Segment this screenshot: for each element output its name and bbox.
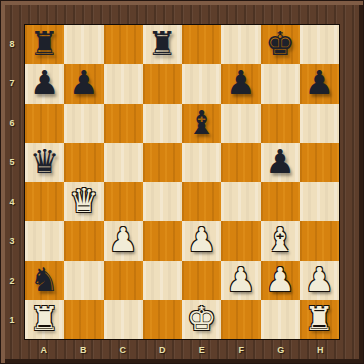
file-label-a: A xyxy=(24,340,64,359)
square-f1[interactable] xyxy=(221,300,260,339)
square-f4[interactable] xyxy=(221,182,260,221)
rank-label-6: 6 xyxy=(0,103,24,143)
chess-board: ♜♜♚♟♟♟♟♝♛♟♛♟♟♝♞♟♟♟♜♚♜ xyxy=(24,24,340,340)
rank-label-5: 5 xyxy=(0,143,24,183)
square-g8[interactable]: ♚ xyxy=(261,25,300,64)
square-g3[interactable]: ♝ xyxy=(261,221,300,260)
square-b4[interactable]: ♛ xyxy=(64,182,103,221)
rank-labels: 87654321 xyxy=(0,24,24,340)
square-c3[interactable]: ♟ xyxy=(104,221,143,260)
square-a8[interactable]: ♜ xyxy=(25,25,64,64)
piece-black-rook-a8[interactable]: ♜ xyxy=(30,27,60,60)
square-c1[interactable] xyxy=(104,300,143,339)
piece-white-pawn-h2[interactable]: ♟ xyxy=(305,263,335,296)
square-g4[interactable] xyxy=(261,182,300,221)
square-d4[interactable] xyxy=(143,182,182,221)
square-c5[interactable] xyxy=(104,143,143,182)
square-g6[interactable] xyxy=(261,104,300,143)
square-c8[interactable] xyxy=(104,25,143,64)
square-b3[interactable] xyxy=(64,221,103,260)
square-d1[interactable] xyxy=(143,300,182,339)
square-d5[interactable] xyxy=(143,143,182,182)
piece-white-pawn-e3[interactable]: ♟ xyxy=(187,223,217,256)
square-f3[interactable] xyxy=(221,221,260,260)
square-e4[interactable] xyxy=(182,182,221,221)
square-b8[interactable] xyxy=(64,25,103,64)
square-h5[interactable] xyxy=(300,143,339,182)
square-b1[interactable] xyxy=(64,300,103,339)
file-labels: ABCDEFGH xyxy=(24,340,340,359)
piece-black-pawn-g5[interactable]: ♟ xyxy=(265,145,295,178)
square-f5[interactable] xyxy=(221,143,260,182)
chess-app: 87654321 ABCDEFGH ♜♜♚♟♟♟♟♝♛♟♛♟♟♝♞♟♟♟♜♚♜ xyxy=(0,0,364,364)
square-b6[interactable] xyxy=(64,104,103,143)
piece-white-queen-b4[interactable]: ♛ xyxy=(69,184,99,217)
square-e7[interactable] xyxy=(182,64,221,103)
square-d2[interactable] xyxy=(143,261,182,300)
square-g2[interactable]: ♟ xyxy=(261,261,300,300)
square-d3[interactable] xyxy=(143,221,182,260)
piece-black-pawn-a7[interactable]: ♟ xyxy=(30,66,60,99)
square-f6[interactable] xyxy=(221,104,260,143)
piece-black-bishop-e6[interactable]: ♝ xyxy=(187,106,217,139)
square-c4[interactable] xyxy=(104,182,143,221)
square-d6[interactable] xyxy=(143,104,182,143)
square-a5[interactable]: ♛ xyxy=(25,143,64,182)
file-label-d: D xyxy=(143,340,183,359)
square-e6[interactable]: ♝ xyxy=(182,104,221,143)
square-h8[interactable] xyxy=(300,25,339,64)
piece-black-pawn-f7[interactable]: ♟ xyxy=(226,66,256,99)
square-a6[interactable] xyxy=(25,104,64,143)
square-g7[interactable] xyxy=(261,64,300,103)
square-h4[interactable] xyxy=(300,182,339,221)
rank-label-3: 3 xyxy=(0,222,24,262)
piece-black-king-g8[interactable]: ♚ xyxy=(265,27,295,60)
square-f8[interactable] xyxy=(221,25,260,64)
piece-black-queen-a5[interactable]: ♛ xyxy=(30,145,60,178)
file-label-c: C xyxy=(103,340,143,359)
rank-label-2: 2 xyxy=(0,261,24,301)
square-e3[interactable]: ♟ xyxy=(182,221,221,260)
square-h7[interactable]: ♟ xyxy=(300,64,339,103)
file-label-g: G xyxy=(261,340,301,359)
square-c2[interactable] xyxy=(104,261,143,300)
square-a3[interactable] xyxy=(25,221,64,260)
square-h3[interactable] xyxy=(300,221,339,260)
rank-label-1: 1 xyxy=(0,301,24,341)
piece-black-knight-a2[interactable]: ♞ xyxy=(30,263,60,296)
piece-white-rook-a1[interactable]: ♜ xyxy=(30,302,60,335)
square-c7[interactable] xyxy=(104,64,143,103)
piece-white-king-e1[interactable]: ♚ xyxy=(187,302,217,335)
square-g5[interactable]: ♟ xyxy=(261,143,300,182)
square-f2[interactable]: ♟ xyxy=(221,261,260,300)
square-d8[interactable]: ♜ xyxy=(143,25,182,64)
file-label-b: B xyxy=(64,340,104,359)
square-a1[interactable]: ♜ xyxy=(25,300,64,339)
piece-white-pawn-c3[interactable]: ♟ xyxy=(108,223,138,256)
piece-black-pawn-b7[interactable]: ♟ xyxy=(69,66,99,99)
square-h6[interactable] xyxy=(300,104,339,143)
square-e2[interactable] xyxy=(182,261,221,300)
square-h2[interactable]: ♟ xyxy=(300,261,339,300)
square-a2[interactable]: ♞ xyxy=(25,261,64,300)
rank-label-8: 8 xyxy=(0,24,24,64)
rank-label-4: 4 xyxy=(0,182,24,222)
piece-white-bishop-g3[interactable]: ♝ xyxy=(265,223,295,256)
piece-white-pawn-f2[interactable]: ♟ xyxy=(226,263,256,296)
square-a7[interactable]: ♟ xyxy=(25,64,64,103)
file-label-e: E xyxy=(182,340,222,359)
file-label-h: H xyxy=(301,340,341,359)
square-g1[interactable] xyxy=(261,300,300,339)
square-b5[interactable] xyxy=(64,143,103,182)
rank-label-7: 7 xyxy=(0,64,24,104)
piece-black-rook-d8[interactable]: ♜ xyxy=(148,27,178,60)
square-c6[interactable] xyxy=(104,104,143,143)
piece-black-pawn-h7[interactable]: ♟ xyxy=(305,66,335,99)
square-d7[interactable] xyxy=(143,64,182,103)
square-e5[interactable] xyxy=(182,143,221,182)
piece-white-rook-h1[interactable]: ♜ xyxy=(305,302,335,335)
square-a4[interactable] xyxy=(25,182,64,221)
square-e1[interactable]: ♚ xyxy=(182,300,221,339)
square-e8[interactable] xyxy=(182,25,221,64)
square-f7[interactable]: ♟ xyxy=(221,64,260,103)
square-b7[interactable]: ♟ xyxy=(64,64,103,103)
square-b2[interactable] xyxy=(64,261,103,300)
file-label-f: F xyxy=(222,340,262,359)
piece-white-pawn-g2[interactable]: ♟ xyxy=(265,263,295,296)
square-h1[interactable]: ♜ xyxy=(300,300,339,339)
